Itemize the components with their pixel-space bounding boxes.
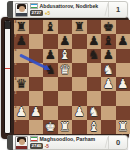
chess-board[interactable]: 8♜♝♜♚7♟♟♟♝♟6♟♝♞♟5♞♛♞4♛♟♟32♟♟♟♞1♚♜♝♜ (14, 20, 130, 134)
square-c1[interactable]: ♚ (43, 120, 58, 134)
card-spine (7, 1, 13, 18)
chess-broadcast-preview: 8♜♝♜♚7♟♟♟♝♟6♟♝♞♟5♞♛♞4♛♟♟32♟♟♟♞1♚♜♝♜ abcd… (0, 0, 130, 150)
white-pawn-e2[interactable]: ♟ (74, 106, 85, 119)
rank-coordinate-5: 5 (15, 63, 17, 67)
square-a5[interactable]: 5 (14, 63, 29, 77)
square-f2[interactable]: ♞ (87, 106, 102, 120)
square-a6[interactable]: 6 (14, 49, 29, 63)
black-pawn-d7[interactable]: ♟ (59, 35, 70, 48)
square-f7[interactable]: ♟ (87, 34, 102, 48)
square-f6[interactable]: ♞ (87, 49, 102, 63)
square-b6[interactable] (29, 49, 44, 63)
square-h2[interactable] (116, 106, 131, 120)
rank-coordinate-7: 7 (15, 35, 17, 39)
square-e2[interactable]: ♟ (72, 106, 87, 120)
square-h1[interactable]: ♜ (116, 120, 131, 134)
square-d8[interactable] (58, 20, 73, 34)
rank-coordinate-4: 4 (15, 78, 17, 82)
black-bishop-g7[interactable]: ♝ (103, 35, 114, 48)
square-b3[interactable] (29, 91, 44, 105)
player-info-bottom: Maghsoodloo, Parham 2740 -5 (30, 136, 108, 150)
player-avatar-bottom (15, 136, 28, 150)
square-c7[interactable] (43, 34, 58, 48)
square-c2[interactable] (43, 106, 58, 120)
uzbekistan-flag-icon (30, 3, 38, 9)
square-g6[interactable]: ♟ (101, 49, 116, 63)
card-spine (7, 135, 13, 150)
black-king-g8[interactable]: ♚ (103, 21, 114, 34)
square-f3[interactable] (87, 91, 102, 105)
square-f5[interactable] (87, 63, 102, 77)
square-f1[interactable]: ♝ (87, 120, 102, 134)
square-d4[interactable] (58, 77, 73, 91)
square-h7[interactable]: ♟ (116, 34, 131, 48)
square-g7[interactable]: ♝ (101, 34, 116, 48)
square-g3[interactable] (101, 91, 116, 105)
black-pawn-g6[interactable]: ♟ (103, 49, 114, 62)
black-pawn-h7[interactable]: ♟ (117, 35, 128, 48)
square-e5[interactable] (72, 63, 87, 77)
evaluation-bar (4, 20, 11, 134)
square-c6[interactable]: ♟ (43, 49, 58, 63)
black-bishop-c8[interactable]: ♝ (45, 21, 56, 34)
player-card-top[interactable]: Abdusattorov, Nodirbek 2727 +5 1 (7, 1, 128, 18)
square-e8[interactable]: ♜ (72, 20, 87, 34)
square-a8[interactable]: 8♜ (14, 20, 29, 34)
square-b8[interactable] (29, 20, 44, 34)
rank-coordinate-1: 1 (15, 120, 17, 124)
square-c8[interactable]: ♝ (43, 20, 58, 34)
square-h4[interactable]: ♟ (116, 77, 131, 91)
rank-coordinate-6: 6 (15, 49, 17, 53)
square-a3[interactable]: 3 (14, 91, 29, 105)
square-g8[interactable]: ♚ (101, 20, 116, 34)
square-a1[interactable]: 1 (14, 120, 29, 134)
square-a2[interactable]: 2♟ (14, 106, 29, 120)
black-knight-f6[interactable]: ♞ (88, 49, 99, 62)
white-rook-h1[interactable]: ♜ (117, 121, 128, 134)
player-card-bottom[interactable]: Maghsoodloo, Parham 2740 -5 0 (7, 135, 128, 150)
square-d1[interactable]: ♜ (58, 120, 73, 134)
square-e7[interactable] (72, 34, 87, 48)
white-pawn-b2[interactable]: ♟ (30, 106, 41, 119)
square-e6[interactable] (72, 49, 87, 63)
white-pawn-h4[interactable]: ♟ (117, 78, 128, 91)
rank-coordinate-2: 2 (15, 106, 17, 110)
square-e1[interactable] (72, 120, 87, 134)
black-pawn-a7[interactable]: ♟ (16, 35, 27, 48)
white-bishop-d6[interactable]: ♝ (59, 49, 70, 62)
square-g2[interactable] (101, 106, 116, 120)
square-d3[interactable] (58, 91, 73, 105)
square-b2[interactable]: ♟ (29, 106, 44, 120)
white-rook-d1[interactable]: ♜ (59, 121, 70, 134)
square-b5[interactable] (29, 63, 44, 77)
score-bottom: 0 (116, 138, 120, 147)
rating-badge-bottom: 2740 (30, 143, 43, 149)
white-pawn-g4[interactable]: ♟ (103, 78, 114, 91)
score-box-top: 1 (108, 2, 127, 17)
square-b4[interactable] (29, 77, 44, 91)
square-d6[interactable]: ♝ (58, 49, 73, 63)
black-rook-e8[interactable]: ♜ (74, 21, 85, 34)
square-c3[interactable] (43, 91, 58, 105)
rank-coordinate-8: 8 (15, 21, 17, 25)
black-pawn-f7[interactable]: ♟ (88, 35, 99, 48)
eval-black-portion (5, 21, 10, 29)
rating-badge-top: 2727 (30, 10, 43, 16)
black-rook-a8[interactable]: ♜ (16, 21, 27, 34)
score-top: 1 (116, 5, 120, 14)
player-name-bottom: Maghsoodloo, Parham (40, 136, 96, 142)
square-b1[interactable] (29, 120, 44, 134)
square-e4[interactable] (72, 77, 87, 91)
square-c4[interactable] (43, 77, 58, 91)
rating-delta-top: +5 (45, 11, 50, 16)
square-g1[interactable] (101, 120, 116, 134)
iran-flag-icon (30, 136, 38, 142)
square-h3[interactable] (116, 91, 131, 105)
square-d7[interactable]: ♟ (58, 34, 73, 48)
white-pawn-a2[interactable]: ♟ (16, 106, 27, 119)
white-queen-d5[interactable]: ♛ (59, 64, 70, 77)
square-h8[interactable] (116, 20, 131, 34)
square-a4[interactable]: 4♛ (14, 77, 29, 91)
square-a7[interactable]: 7♟ (14, 34, 29, 48)
white-bishop-f1[interactable]: ♝ (88, 121, 99, 134)
black-pawn-c6[interactable]: ♟ (45, 49, 56, 62)
square-d2[interactable] (58, 106, 73, 120)
black-queen-a4[interactable]: ♛ (16, 78, 27, 91)
score-box-bottom: 0 (108, 136, 127, 149)
black-knight-c5[interactable]: ♞ (45, 64, 56, 77)
player-name-top: Abdusattorov, Nodirbek (40, 3, 99, 9)
eval-midpoint-tick (5, 68, 10, 69)
square-e3[interactable] (72, 91, 87, 105)
square-d5[interactable]: ♛ (58, 63, 73, 77)
player-avatar-top (15, 3, 28, 17)
square-g5[interactable]: ♞ (101, 63, 116, 77)
rank-coordinate-3: 3 (15, 92, 17, 96)
square-g4[interactable]: ♟ (101, 77, 116, 91)
square-c5[interactable]: ♞ (43, 63, 58, 77)
square-f4[interactable] (87, 77, 102, 91)
player-info-top: Abdusattorov, Nodirbek 2727 +5 (30, 3, 108, 17)
white-knight-f2[interactable]: ♞ (88, 106, 99, 119)
rating-delta-bottom: -5 (45, 144, 49, 149)
square-f8[interactable] (87, 20, 102, 34)
square-h6[interactable] (116, 49, 131, 63)
square-b7[interactable] (29, 34, 44, 48)
white-king-c1[interactable]: ♚ (45, 121, 56, 134)
white-knight-g5[interactable]: ♞ (103, 64, 114, 77)
square-h5[interactable] (116, 63, 131, 77)
